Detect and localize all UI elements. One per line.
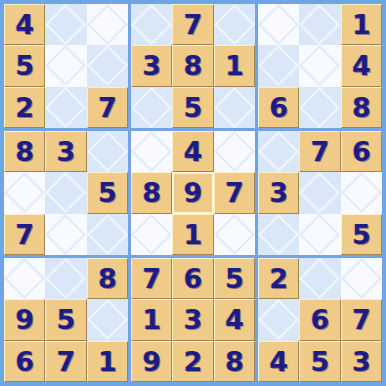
empty-cell-diamond-icon (131, 214, 172, 255)
sudoku-cell-r8c3[interactable] (87, 299, 128, 340)
sudoku-cell-r8c5[interactable]: 3 (172, 299, 213, 340)
empty-cell-diamond-icon (258, 299, 299, 340)
empty-cell-diamond-icon (87, 45, 128, 86)
cell-digit: 5 (98, 179, 117, 206)
sudoku-cell-r7c4[interactable]: 7 (131, 258, 172, 299)
cell-digit: 7 (98, 94, 117, 121)
empty-cell-diamond-icon (299, 258, 340, 299)
cell-digit: 6 (311, 306, 330, 333)
cell-digit: 1 (225, 52, 244, 79)
sudoku-cell-r2c5[interactable]: 8 (172, 45, 213, 86)
empty-cell-diamond-icon (45, 258, 86, 299)
cell-digit: 7 (352, 306, 371, 333)
cell-digit: 7 (184, 11, 203, 38)
empty-cell-diamond-icon (258, 214, 299, 255)
empty-cell-diamond-icon (131, 87, 172, 128)
cell-digit: 9 (15, 306, 34, 333)
sudoku-box-6: 7635 (258, 131, 382, 255)
empty-cell-diamond-icon (131, 131, 172, 172)
cell-digit: 3 (184, 306, 203, 333)
empty-cell-diamond-icon (87, 4, 128, 45)
sudoku-cell-r7c1[interactable] (4, 258, 45, 299)
cell-digit: 6 (352, 138, 371, 165)
sudoku-cell-r8c6[interactable]: 4 (214, 299, 255, 340)
sudoku-cell-r3c4[interactable] (131, 87, 172, 128)
cell-digit: 5 (225, 265, 244, 292)
sudoku-cell-r5c8[interactable] (299, 172, 340, 213)
sudoku-cell-r1c4[interactable] (131, 4, 172, 45)
cell-digit: 8 (352, 94, 371, 121)
cell-digit: 7 (57, 348, 76, 375)
cell-digit: 7 (225, 179, 244, 206)
sudoku-cell-r7c6[interactable]: 5 (214, 258, 255, 299)
sudoku-cell-r1c6[interactable] (214, 4, 255, 45)
empty-cell-diamond-icon (299, 214, 340, 255)
cell-digit: 7 (311, 138, 330, 165)
sudoku-cell-r2c2[interactable] (45, 45, 86, 86)
cell-digit: 1 (98, 348, 117, 375)
sudoku-cell-r6c6[interactable] (214, 214, 255, 255)
empty-cell-diamond-icon (299, 87, 340, 128)
cell-digit: 2 (15, 94, 34, 121)
sudoku-cell-r9c7[interactable]: 4 (258, 341, 299, 382)
sudoku-cell-r3c5[interactable]: 5 (172, 87, 213, 128)
sudoku-cell-r1c5[interactable]: 7 (172, 4, 213, 45)
sudoku-cell-r1c3[interactable] (87, 4, 128, 45)
cell-digit: 8 (225, 348, 244, 375)
sudoku-box-8: 765134928 (131, 258, 255, 382)
cell-digit: 5 (184, 94, 203, 121)
sudoku-board: 4527738151468835748971763589567176513492… (0, 0, 386, 386)
sudoku-cell-r5c6[interactable]: 7 (214, 172, 255, 213)
sudoku-cell-r6c8[interactable] (299, 214, 340, 255)
sudoku-cell-r1c7[interactable] (258, 4, 299, 45)
sudoku-cell-r5c4[interactable]: 8 (131, 172, 172, 213)
empty-cell-diamond-icon (258, 131, 299, 172)
sudoku-cell-r3c9[interactable]: 8 (341, 87, 382, 128)
sudoku-cell-r3c3[interactable]: 7 (87, 87, 128, 128)
sudoku-cell-r8c4[interactable]: 1 (131, 299, 172, 340)
sudoku-cell-r4c5[interactable]: 4 (172, 131, 213, 172)
sudoku-box-1: 4527 (4, 4, 128, 128)
sudoku-cell-r9c6[interactable]: 8 (214, 341, 255, 382)
sudoku-cell-r5c5[interactable]: 9 (172, 172, 213, 213)
cell-digit: 3 (57, 138, 76, 165)
sudoku-cell-r6c7[interactable] (258, 214, 299, 255)
empty-cell-diamond-icon (214, 4, 255, 45)
cell-digit: 3 (269, 179, 288, 206)
sudoku-cell-r7c5[interactable]: 6 (172, 258, 213, 299)
sudoku-cell-r9c1[interactable]: 6 (4, 341, 45, 382)
sudoku-cell-r9c3[interactable]: 1 (87, 341, 128, 382)
empty-cell-diamond-icon (299, 4, 340, 45)
sudoku-cell-r8c7[interactable] (258, 299, 299, 340)
sudoku-cell-r1c9[interactable]: 1 (341, 4, 382, 45)
cell-digit: 9 (184, 179, 203, 206)
empty-cell-diamond-icon (214, 214, 255, 255)
cell-digit: 5 (57, 306, 76, 333)
empty-cell-diamond-icon (4, 258, 45, 299)
sudoku-box-3: 1468 (258, 4, 382, 128)
sudoku-cell-r7c9[interactable] (341, 258, 382, 299)
sudoku-cell-r5c9[interactable] (341, 172, 382, 213)
sudoku-cell-r5c2[interactable] (45, 172, 86, 213)
sudoku-cell-r2c7[interactable] (258, 45, 299, 86)
sudoku-cell-r7c2[interactable] (45, 258, 86, 299)
sudoku-cell-r2c1[interactable]: 5 (4, 45, 45, 86)
empty-cell-diamond-icon (87, 131, 128, 172)
sudoku-cell-r5c7[interactable]: 3 (258, 172, 299, 213)
cell-digit: 8 (184, 52, 203, 79)
cell-digit: 9 (142, 348, 161, 375)
sudoku-cell-r7c7[interactable]: 2 (258, 258, 299, 299)
cell-digit: 4 (225, 306, 244, 333)
sudoku-cell-r2c8[interactable] (299, 45, 340, 86)
sudoku-cell-r5c1[interactable] (4, 172, 45, 213)
sudoku-cell-r6c3[interactable] (87, 214, 128, 255)
sudoku-cell-r6c4[interactable] (131, 214, 172, 255)
sudoku-cell-r3c1[interactable]: 2 (4, 87, 45, 128)
cell-digit: 1 (184, 221, 203, 248)
sudoku-box-2: 73815 (131, 4, 255, 128)
sudoku-cell-r2c6[interactable]: 1 (214, 45, 255, 86)
empty-cell-diamond-icon (299, 45, 340, 86)
sudoku-box-7: 895671 (4, 258, 128, 382)
sudoku-cell-r8c8[interactable]: 6 (299, 299, 340, 340)
sudoku-cell-r8c2[interactable]: 5 (45, 299, 86, 340)
sudoku-cell-r4c7[interactable] (258, 131, 299, 172)
empty-cell-diamond-icon (45, 4, 86, 45)
sudoku-cell-r1c2[interactable] (45, 4, 86, 45)
sudoku-cell-r9c2[interactable]: 7 (45, 341, 86, 382)
empty-cell-diamond-icon (45, 214, 86, 255)
sudoku-cell-r4c6[interactable] (214, 131, 255, 172)
cell-digit: 8 (142, 179, 161, 206)
empty-cell-diamond-icon (45, 87, 86, 128)
sudoku-cell-r6c9[interactable]: 5 (341, 214, 382, 255)
cell-digit: 5 (352, 221, 371, 248)
sudoku-cell-r4c2[interactable]: 3 (45, 131, 86, 172)
sudoku-cell-r9c4[interactable]: 9 (131, 341, 172, 382)
cell-digit: 1 (142, 306, 161, 333)
sudoku-cell-r4c8[interactable]: 7 (299, 131, 340, 172)
sudoku-cell-r2c9[interactable]: 4 (341, 45, 382, 86)
empty-cell-diamond-icon (341, 258, 382, 299)
cell-digit: 2 (269, 265, 288, 292)
cell-digit: 2 (184, 348, 203, 375)
sudoku-cell-r4c1[interactable]: 8 (4, 131, 45, 172)
cell-digit: 4 (184, 138, 203, 165)
sudoku-cell-r4c4[interactable] (131, 131, 172, 172)
empty-cell-diamond-icon (258, 45, 299, 86)
sudoku-cell-r3c2[interactable] (45, 87, 86, 128)
sudoku-cell-r1c1[interactable]: 4 (4, 4, 45, 45)
sudoku-cell-r4c9[interactable]: 6 (341, 131, 382, 172)
empty-cell-diamond-icon (45, 45, 86, 86)
empty-cell-diamond-icon (87, 214, 128, 255)
sudoku-cell-r8c9[interactable]: 7 (341, 299, 382, 340)
empty-cell-diamond-icon (258, 4, 299, 45)
sudoku-cell-r7c8[interactable] (299, 258, 340, 299)
cell-digit: 6 (184, 265, 203, 292)
cell-digit: 4 (15, 11, 34, 38)
sudoku-cell-r2c3[interactable] (87, 45, 128, 86)
cell-digit: 1 (352, 11, 371, 38)
cell-digit: 5 (311, 348, 330, 375)
cell-digit: 3 (142, 52, 161, 79)
cell-digit: 8 (15, 138, 34, 165)
sudoku-cell-r7c3[interactable]: 8 (87, 258, 128, 299)
empty-cell-diamond-icon (341, 172, 382, 213)
empty-cell-diamond-icon (4, 172, 45, 213)
cell-digit: 8 (98, 265, 117, 292)
cell-digit: 6 (15, 348, 34, 375)
cell-digit: 4 (352, 52, 371, 79)
cell-digit: 7 (142, 265, 161, 292)
cell-digit: 7 (15, 221, 34, 248)
sudoku-box-4: 8357 (4, 131, 128, 255)
sudoku-cell-r6c5[interactable]: 1 (172, 214, 213, 255)
sudoku-cell-r1c8[interactable] (299, 4, 340, 45)
sudoku-box-5: 48971 (131, 131, 255, 255)
sudoku-cell-r6c1[interactable]: 7 (4, 214, 45, 255)
empty-cell-diamond-icon (87, 299, 128, 340)
cell-digit: 6 (269, 94, 288, 121)
cell-digit: 4 (269, 348, 288, 375)
sudoku-cell-r4c3[interactable] (87, 131, 128, 172)
sudoku-cell-r2c4[interactable]: 3 (131, 45, 172, 86)
empty-cell-diamond-icon (45, 172, 86, 213)
sudoku-cell-r6c2[interactable] (45, 214, 86, 255)
empty-cell-diamond-icon (214, 131, 255, 172)
sudoku-cell-r5c3[interactable]: 5 (87, 172, 128, 213)
sudoku-cell-r9c5[interactable]: 2 (172, 341, 213, 382)
sudoku-cell-r9c8[interactable]: 5 (299, 341, 340, 382)
sudoku-cell-r3c6[interactable] (214, 87, 255, 128)
empty-cell-diamond-icon (214, 87, 255, 128)
empty-cell-diamond-icon (299, 172, 340, 213)
sudoku-cell-r9c9[interactable]: 3 (341, 341, 382, 382)
empty-cell-diamond-icon (131, 4, 172, 45)
sudoku-cell-r8c1[interactable]: 9 (4, 299, 45, 340)
cell-digit: 5 (15, 52, 34, 79)
sudoku-box-9: 267453 (258, 258, 382, 382)
cell-digit: 3 (352, 348, 371, 375)
sudoku-cell-r3c8[interactable] (299, 87, 340, 128)
sudoku-cell-r3c7[interactable]: 6 (258, 87, 299, 128)
